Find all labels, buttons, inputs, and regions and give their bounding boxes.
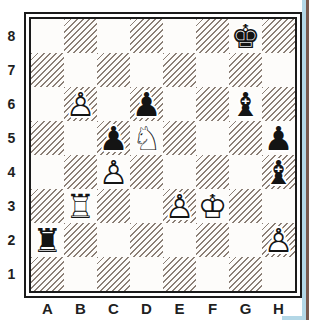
square-d4 <box>130 155 163 189</box>
white-pawn-c4: ♟♙ <box>99 156 129 189</box>
square-d1 <box>130 257 163 291</box>
chessboard: ♚♟♙♟♝♟♞♘♟♟♙♝♜♖♟♙♚♔♜♟♙ <box>29 17 297 293</box>
white-pawn-e3: ♟♙ <box>165 190 195 223</box>
square-g7 <box>229 53 262 87</box>
square-h4: ♝ <box>262 155 295 189</box>
square-e8 <box>163 19 196 53</box>
square-f6 <box>196 87 229 121</box>
square-e4 <box>163 155 196 189</box>
square-c4: ♟♙ <box>97 155 130 189</box>
square-g5 <box>229 121 262 155</box>
square-h6 <box>262 87 295 121</box>
square-c2 <box>97 223 130 257</box>
rank-label-6: 6 <box>1 87 22 121</box>
square-a1 <box>31 257 64 291</box>
square-d7 <box>130 53 163 87</box>
square-b4 <box>64 155 97 189</box>
white-pawn-b6: ♟♙ <box>66 88 96 121</box>
square-f4 <box>196 155 229 189</box>
rank-label-1: 1 <box>1 257 22 291</box>
board-frame: ♚♟♙♟♝♟♞♘♟♟♙♝♜♖♟♙♚♔♜♟♙ <box>24 12 302 298</box>
square-f8 <box>196 19 229 53</box>
black-pawn-c5: ♟ <box>99 122 129 155</box>
square-g4 <box>229 155 262 189</box>
square-c1 <box>97 257 130 291</box>
file-label-c: C <box>97 299 130 317</box>
square-b6: ♟♙ <box>64 87 97 121</box>
square-f3: ♚♔ <box>196 189 229 223</box>
square-d8 <box>130 19 163 53</box>
square-h3 <box>262 189 295 223</box>
square-d5: ♞♘ <box>130 121 163 155</box>
square-e5 <box>163 121 196 155</box>
square-e6 <box>163 87 196 121</box>
square-g6: ♝ <box>229 87 262 121</box>
square-c7 <box>97 53 130 87</box>
rank-labels: 87654321 <box>1 19 22 291</box>
square-d3 <box>130 189 163 223</box>
rank-label-4: 4 <box>1 155 22 189</box>
square-f2 <box>196 223 229 257</box>
square-f7 <box>196 53 229 87</box>
square-h8 <box>262 19 295 53</box>
square-g8: ♚ <box>229 19 262 53</box>
square-f5 <box>196 121 229 155</box>
file-label-h: H <box>262 299 295 317</box>
square-h7 <box>262 53 295 87</box>
square-b1 <box>64 257 97 291</box>
square-a2: ♜ <box>31 223 64 257</box>
square-b5 <box>64 121 97 155</box>
white-king-f3: ♚♔ <box>198 190 228 223</box>
white-rook-b3: ♜♖ <box>66 190 96 223</box>
right-edge-brown-stripe <box>306 0 309 320</box>
white-pawn-h2: ♟♙ <box>264 224 294 257</box>
square-a3 <box>31 189 64 223</box>
square-h1 <box>262 257 295 291</box>
file-label-f: F <box>196 299 229 317</box>
black-pawn-d6: ♟ <box>132 88 162 121</box>
square-h2: ♟♙ <box>262 223 295 257</box>
bottom-edge-blue-stripe <box>282 316 306 320</box>
square-h5: ♟ <box>262 121 295 155</box>
chess-diagram: 87654321 ♚♟♙♟♝♟♞♘♟♟♙♝♜♖♟♙♚♔♜♟♙ ABCDEFGH <box>0 0 314 320</box>
square-e2 <box>163 223 196 257</box>
file-label-e: E <box>163 299 196 317</box>
square-c5: ♟ <box>97 121 130 155</box>
rank-label-2: 2 <box>1 223 22 257</box>
square-a6 <box>31 87 64 121</box>
black-king-g8: ♚ <box>231 20 261 53</box>
file-label-a: A <box>31 299 64 317</box>
square-g2 <box>229 223 262 257</box>
square-b3: ♜♖ <box>64 189 97 223</box>
square-g1 <box>229 257 262 291</box>
square-d2 <box>130 223 163 257</box>
square-c8 <box>97 19 130 53</box>
black-bishop-h4: ♝ <box>264 156 294 189</box>
square-a7 <box>31 53 64 87</box>
white-knight-d5: ♞♘ <box>132 122 162 155</box>
square-b8 <box>64 19 97 53</box>
file-label-b: B <box>64 299 97 317</box>
black-bishop-g6: ♝ <box>231 88 261 121</box>
rank-label-7: 7 <box>1 53 22 87</box>
rank-label-3: 3 <box>1 189 22 223</box>
square-e3: ♟♙ <box>163 189 196 223</box>
square-c3 <box>97 189 130 223</box>
square-a8 <box>31 19 64 53</box>
square-b2 <box>64 223 97 257</box>
square-d6: ♟ <box>130 87 163 121</box>
rank-label-8: 8 <box>1 19 22 53</box>
square-a5 <box>31 121 64 155</box>
square-f1 <box>196 257 229 291</box>
square-b7 <box>64 53 97 87</box>
rank-label-5: 5 <box>1 121 22 155</box>
square-e1 <box>163 257 196 291</box>
file-labels: ABCDEFGH <box>31 299 295 317</box>
black-pawn-h5: ♟ <box>264 122 294 155</box>
square-g3 <box>229 189 262 223</box>
black-rook-a2: ♜ <box>33 224 63 257</box>
file-label-d: D <box>130 299 163 317</box>
square-c6 <box>97 87 130 121</box>
file-label-g: G <box>229 299 262 317</box>
square-a4 <box>31 155 64 189</box>
square-e7 <box>163 53 196 87</box>
